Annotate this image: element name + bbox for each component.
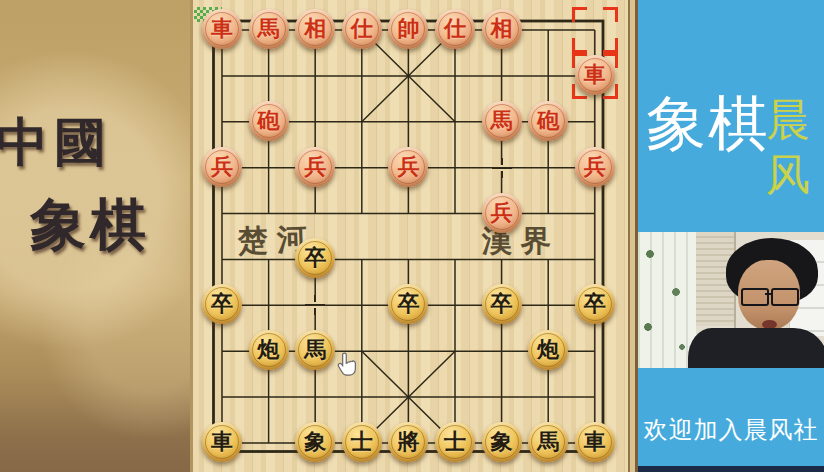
- streamer-glasses: [739, 288, 801, 304]
- right-info-panel: 象棋 晨 风 欢迎加入晨风社: [638, 0, 824, 472]
- welcome-message: 欢迎加入晨风社: [638, 414, 824, 446]
- brand-title: 象棋: [646, 84, 770, 165]
- left-title-line2: 象棋: [30, 188, 150, 264]
- piece-red[interactable]: 砲: [528, 101, 568, 141]
- piece-red[interactable]: 車: [575, 55, 615, 95]
- piece-red[interactable]: 車: [202, 9, 242, 49]
- board-right-trim: [628, 0, 638, 472]
- piece-black[interactable]: 卒: [482, 284, 522, 324]
- piece-black[interactable]: 士: [342, 422, 382, 462]
- hand-cursor-icon: [336, 352, 358, 378]
- point-marker: [492, 158, 512, 178]
- piece-black[interactable]: 馬: [528, 422, 568, 462]
- piece-red[interactable]: 兵: [388, 147, 428, 187]
- piece-red[interactable]: 相: [295, 9, 335, 49]
- piece-red[interactable]: 兵: [482, 193, 522, 233]
- piece-black[interactable]: 車: [202, 422, 242, 462]
- brand-subtitle: 晨 风: [766, 92, 810, 202]
- piece-red[interactable]: 仕: [342, 9, 382, 49]
- piece-red[interactable]: 兵: [202, 147, 242, 187]
- streamer-body: [688, 328, 824, 368]
- piece-red[interactable]: 馬: [482, 101, 522, 141]
- point-marker: [305, 295, 325, 315]
- xiangqi-board[interactable]: 楚河 漢界 車馬相仕帥仕相車砲馬砲兵兵兵兵兵卒卒卒卒卒炮馬炮車象士將士象馬車: [190, 0, 638, 472]
- left-title-line1: 中國: [0, 108, 112, 178]
- stream-frame: 中國 象棋 楚河 漢界 車馬相仕帥仕相車砲馬砲兵兵兵兵兵卒卒卒卒卒炮馬炮車象士將…: [0, 0, 824, 472]
- piece-black[interactable]: 象: [482, 422, 522, 462]
- bottom-strip: [638, 466, 824, 472]
- brand-subtitle-char2: 风: [766, 147, 810, 202]
- piece-red[interactable]: 兵: [295, 147, 335, 187]
- piece-black[interactable]: 卒: [575, 284, 615, 324]
- piece-red[interactable]: 砲: [249, 101, 289, 141]
- brand-subtitle-char1: 晨: [766, 92, 810, 147]
- piece-red[interactable]: 仕: [435, 9, 475, 49]
- piece-red[interactable]: 相: [482, 9, 522, 49]
- piece-black[interactable]: 車: [575, 422, 615, 462]
- piece-black[interactable]: 士: [435, 422, 475, 462]
- piece-red[interactable]: 馬: [249, 9, 289, 49]
- piece-black[interactable]: 炮: [249, 330, 289, 370]
- webcam-video: [638, 232, 824, 368]
- piece-black[interactable]: 象: [295, 422, 335, 462]
- left-decor-panel: 中國 象棋: [0, 0, 190, 472]
- last-move-from-marker: [572, 7, 618, 53]
- curtain: [638, 232, 696, 368]
- piece-red[interactable]: 兵: [575, 147, 615, 187]
